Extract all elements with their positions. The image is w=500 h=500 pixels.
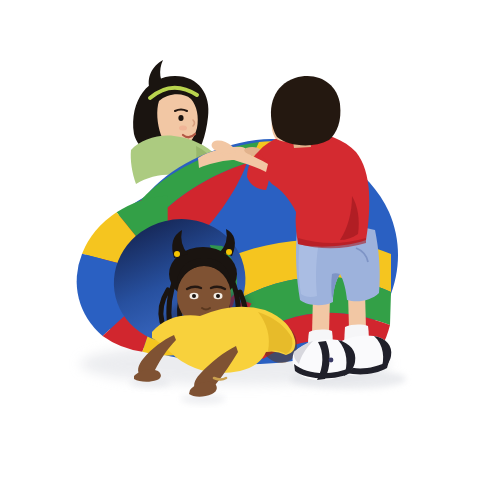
pupil-left [192,294,196,298]
bracelet [214,378,226,380]
left-girl-blush [179,126,187,131]
photo-scene [0,0,500,500]
boy-hair [271,76,341,145]
left-girl-eye [178,115,183,121]
scene-svg [0,0,500,500]
pupil-right [216,294,220,298]
shoe-logo [329,358,334,363]
hair-tie-left [174,251,180,257]
left-girl-ponytail [149,60,166,92]
hair-tie-right [226,249,232,255]
